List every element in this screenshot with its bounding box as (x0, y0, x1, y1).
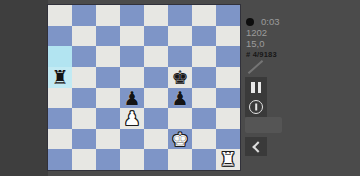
chess-board: ♜♚♟♟♟♚♜ (48, 5, 240, 170)
timer-row: 0:03 (246, 16, 280, 27)
square-a5[interactable]: ♜ (48, 67, 72, 88)
square-h2[interactable] (216, 129, 240, 150)
square-f8[interactable] (168, 5, 192, 26)
square-g2[interactable] (192, 129, 216, 150)
square-f3[interactable] (168, 108, 192, 129)
square-f7[interactable] (168, 26, 192, 47)
square-b1[interactable] (72, 149, 96, 170)
timer-value: 0:03 (261, 16, 280, 27)
black-king[interactable]: ♚ (168, 67, 192, 88)
score-value: 15,0 (246, 38, 280, 49)
square-b8[interactable] (72, 5, 96, 26)
square-c5[interactable] (96, 67, 120, 88)
square-b5[interactable] (72, 67, 96, 88)
square-e2[interactable] (144, 129, 168, 150)
square-c1[interactable] (96, 149, 120, 170)
square-b2[interactable] (72, 129, 96, 150)
square-b3[interactable] (72, 108, 96, 129)
square-h6[interactable] (216, 46, 240, 67)
square-h8[interactable] (216, 5, 240, 26)
square-e3[interactable] (144, 108, 168, 129)
square-h4[interactable] (216, 88, 240, 109)
square-e6[interactable] (144, 46, 168, 67)
square-a2[interactable] (48, 129, 72, 150)
pencil-icon[interactable] (246, 60, 263, 75)
square-f4[interactable]: ♟ (168, 88, 192, 109)
square-f6[interactable] (168, 46, 192, 67)
square-c8[interactable] (96, 5, 120, 26)
square-h3[interactable] (216, 108, 240, 129)
square-e7[interactable] (144, 26, 168, 47)
square-g1[interactable] (192, 149, 216, 170)
square-d7[interactable] (120, 26, 144, 47)
square-g5[interactable] (192, 67, 216, 88)
white-king[interactable]: ♚ (168, 129, 192, 150)
square-a4[interactable] (48, 88, 72, 109)
square-h1[interactable]: ♜ (216, 149, 240, 170)
square-f2[interactable]: ♚ (168, 129, 192, 150)
puzzle-app: ♜♚♟♟♟♚♜ 0:03 1202 15,0 # 4/9183 (0, 0, 360, 176)
pause-icon (251, 82, 261, 93)
square-d2[interactable] (120, 129, 144, 150)
side-to-move-dot-icon (246, 18, 254, 26)
info-button[interactable] (245, 97, 267, 117)
square-g4[interactable] (192, 88, 216, 109)
square-h7[interactable] (216, 26, 240, 47)
white-pawn[interactable]: ♟ (120, 108, 144, 129)
chevron-left-icon (252, 141, 263, 152)
square-h5[interactable] (216, 67, 240, 88)
puzzle-counter: # 4/9183 (246, 49, 280, 60)
square-c4[interactable] (96, 88, 120, 109)
pencil-line (248, 60, 263, 74)
square-e4[interactable] (144, 88, 168, 109)
black-rook[interactable]: ♜ (48, 67, 72, 88)
square-g3[interactable] (192, 108, 216, 129)
rating-value: 1202 (246, 27, 280, 38)
square-c7[interactable] (96, 26, 120, 47)
square-a1[interactable] (48, 149, 72, 170)
square-d8[interactable] (120, 5, 144, 26)
square-b7[interactable] (72, 26, 96, 47)
square-a7[interactable] (48, 26, 72, 47)
square-e5[interactable] (144, 67, 168, 88)
square-f5[interactable]: ♚ (168, 67, 192, 88)
square-a8[interactable] (48, 5, 72, 26)
square-b4[interactable] (72, 88, 96, 109)
square-d5[interactable] (120, 67, 144, 88)
white-rook[interactable]: ♜ (216, 149, 240, 170)
square-d1[interactable] (120, 149, 144, 170)
square-b6[interactable] (72, 46, 96, 67)
square-g6[interactable] (192, 46, 216, 67)
square-f1[interactable] (168, 149, 192, 170)
square-g8[interactable] (192, 5, 216, 26)
square-d4[interactable]: ♟ (120, 88, 144, 109)
square-d6[interactable] (120, 46, 144, 67)
square-e1[interactable] (144, 149, 168, 170)
square-e8[interactable] (144, 5, 168, 26)
pause-button[interactable] (245, 77, 267, 97)
stats-panel: 0:03 1202 15,0 # 4/9183 (246, 16, 280, 60)
square-a6[interactable] (48, 46, 72, 67)
square-g7[interactable] (192, 26, 216, 47)
info-icon (249, 100, 263, 114)
square-d3[interactable]: ♟ (120, 108, 144, 129)
square-c2[interactable] (96, 129, 120, 150)
left-background-strip (0, 0, 48, 176)
disabled-action-button[interactable] (245, 117, 282, 133)
black-pawn[interactable]: ♟ (168, 88, 192, 109)
square-a3[interactable] (48, 108, 72, 129)
back-button[interactable] (245, 137, 267, 156)
square-c3[interactable] (96, 108, 120, 129)
square-c6[interactable] (96, 46, 120, 67)
black-pawn[interactable]: ♟ (120, 88, 144, 109)
